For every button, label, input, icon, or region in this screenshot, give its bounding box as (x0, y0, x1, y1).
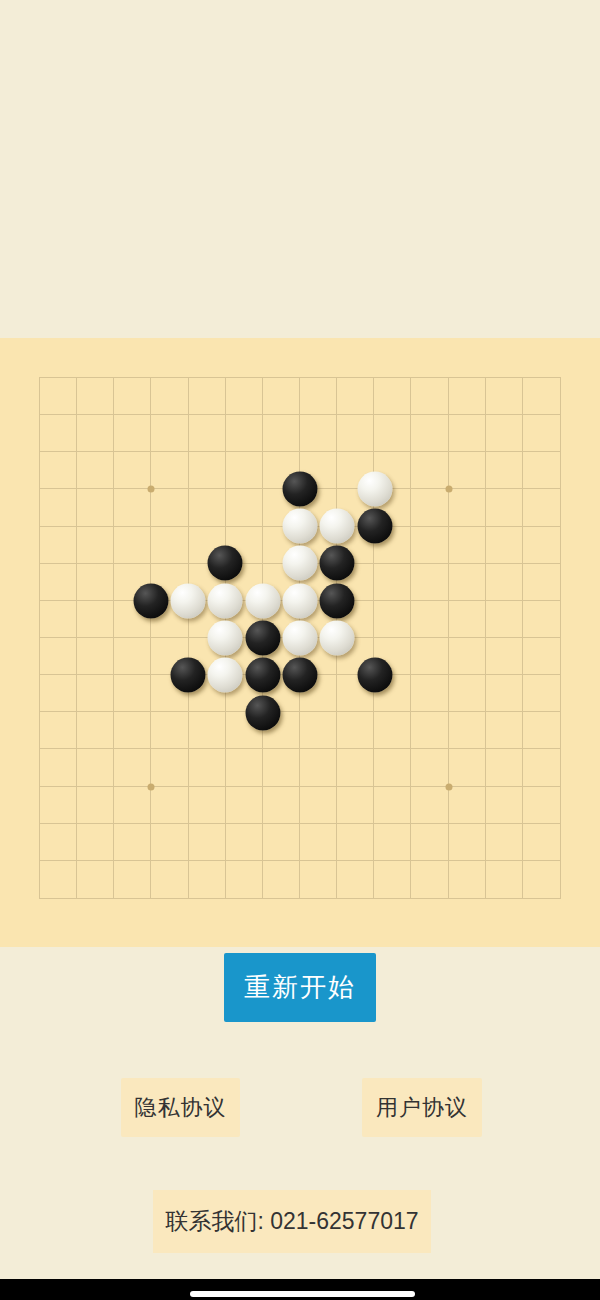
board-cell[interactable] (486, 712, 523, 749)
board-cell[interactable] (114, 824, 151, 861)
board-cell[interactable] (300, 489, 337, 526)
board-cell[interactable] (77, 749, 114, 786)
board-cell[interactable] (77, 601, 114, 638)
board-cell[interactable] (263, 787, 300, 824)
board-cell[interactable] (114, 564, 151, 601)
board-cell[interactable] (449, 749, 486, 786)
board-cell[interactable] (114, 749, 151, 786)
board-cell[interactable] (226, 564, 263, 601)
board-cell[interactable] (151, 675, 188, 712)
board-cell[interactable] (77, 564, 114, 601)
board-cell[interactable] (189, 564, 226, 601)
board-cell[interactable] (449, 787, 486, 824)
board-cell[interactable] (449, 489, 486, 526)
board-cell[interactable] (300, 675, 337, 712)
board-cell[interactable] (337, 489, 374, 526)
board-cell[interactable] (189, 638, 226, 675)
board-cell[interactable] (449, 601, 486, 638)
board-cell[interactable] (486, 527, 523, 564)
board-cell[interactable] (486, 452, 523, 489)
board-cell[interactable] (151, 824, 188, 861)
board-cell[interactable] (523, 415, 560, 452)
board-cell[interactable] (226, 489, 263, 526)
board-cell[interactable] (337, 601, 374, 638)
board-cell[interactable] (189, 675, 226, 712)
board-cell[interactable] (374, 749, 411, 786)
board-cell[interactable] (374, 861, 411, 898)
board-cell[interactable] (300, 638, 337, 675)
board-cell[interactable] (189, 378, 226, 415)
board-cell[interactable] (486, 489, 523, 526)
board-cell[interactable] (40, 415, 77, 452)
board-cell[interactable] (523, 564, 560, 601)
board-cell[interactable] (114, 415, 151, 452)
board-cell[interactable] (151, 527, 188, 564)
board-cell[interactable] (486, 415, 523, 452)
board-cell[interactable] (189, 824, 226, 861)
board-cell[interactable] (374, 378, 411, 415)
board-cell[interactable] (486, 824, 523, 861)
board-cell[interactable] (226, 452, 263, 489)
board-cell[interactable] (337, 564, 374, 601)
board-cell[interactable] (77, 452, 114, 489)
board-cell[interactable] (263, 601, 300, 638)
board-cell[interactable] (411, 415, 448, 452)
board-cell[interactable] (411, 638, 448, 675)
board-cell[interactable] (300, 787, 337, 824)
board-cell[interactable] (263, 675, 300, 712)
board-cell[interactable] (189, 527, 226, 564)
home-indicator[interactable] (190, 1291, 415, 1297)
board-cell[interactable] (189, 452, 226, 489)
board-cell[interactable] (523, 675, 560, 712)
board-cell[interactable] (40, 824, 77, 861)
board-cell[interactable] (374, 415, 411, 452)
board-cell[interactable] (374, 489, 411, 526)
board-cell[interactable] (226, 712, 263, 749)
board-cell[interactable] (77, 861, 114, 898)
board-cell[interactable] (411, 861, 448, 898)
board-cell[interactable] (374, 527, 411, 564)
board-cell[interactable] (486, 638, 523, 675)
board-cell[interactable] (523, 749, 560, 786)
board-cell[interactable] (411, 824, 448, 861)
board-cell[interactable] (374, 638, 411, 675)
board-cell[interactable] (337, 861, 374, 898)
board-cell[interactable] (374, 601, 411, 638)
board-cell[interactable] (77, 378, 114, 415)
board-cell[interactable] (114, 527, 151, 564)
board-cell[interactable] (411, 452, 448, 489)
board-cell[interactable] (411, 564, 448, 601)
board-cell[interactable] (40, 378, 77, 415)
board-cell[interactable] (337, 527, 374, 564)
board-cell[interactable] (523, 378, 560, 415)
board-cell[interactable] (40, 601, 77, 638)
board-cell[interactable] (411, 527, 448, 564)
board-cell[interactable] (77, 415, 114, 452)
board-cell[interactable] (523, 638, 560, 675)
board-cell[interactable] (40, 489, 77, 526)
board-cell[interactable] (40, 675, 77, 712)
board-cell[interactable] (300, 861, 337, 898)
board-cell[interactable] (114, 861, 151, 898)
board-cell[interactable] (411, 601, 448, 638)
board-cell[interactable] (226, 638, 263, 675)
board-cell[interactable] (226, 749, 263, 786)
board-cell[interactable] (449, 712, 486, 749)
board-cell[interactable] (300, 378, 337, 415)
board-cell[interactable] (263, 712, 300, 749)
board-cell[interactable] (189, 415, 226, 452)
board-cell[interactable] (374, 787, 411, 824)
board-cell[interactable] (337, 378, 374, 415)
board-cell[interactable] (374, 452, 411, 489)
board-cell[interactable] (114, 712, 151, 749)
board-cell[interactable] (189, 749, 226, 786)
board-cell[interactable] (263, 861, 300, 898)
board-cell[interactable] (189, 787, 226, 824)
board-cell[interactable] (374, 824, 411, 861)
contact-info: 联系我们: 021-62577017 (153, 1190, 431, 1253)
board-cell[interactable] (226, 527, 263, 564)
board-cell[interactable] (114, 638, 151, 675)
board-cell[interactable] (411, 489, 448, 526)
board-cell[interactable] (300, 601, 337, 638)
board-cell[interactable] (226, 824, 263, 861)
board-cell[interactable] (114, 452, 151, 489)
board-cell[interactable] (523, 824, 560, 861)
board-cell[interactable] (337, 787, 374, 824)
board-cell[interactable] (151, 489, 188, 526)
board-cell[interactable] (189, 712, 226, 749)
board-cell[interactable] (523, 527, 560, 564)
board-cell[interactable] (114, 787, 151, 824)
board-cell[interactable] (151, 861, 188, 898)
board-cell[interactable] (189, 861, 226, 898)
user-agreement-button[interactable]: 用户协议 (362, 1078, 482, 1137)
board-cell[interactable] (449, 638, 486, 675)
restart-button[interactable]: 重新开始 (224, 953, 376, 1022)
board-cell[interactable] (411, 787, 448, 824)
board-cell[interactable] (486, 787, 523, 824)
board-cell[interactable] (77, 824, 114, 861)
board-cell[interactable] (77, 489, 114, 526)
board-cell[interactable] (40, 527, 77, 564)
board-cell[interactable] (263, 452, 300, 489)
board-cell[interactable] (449, 861, 486, 898)
board-cell[interactable] (40, 712, 77, 749)
board-cell[interactable] (226, 861, 263, 898)
board-cell[interactable] (77, 527, 114, 564)
gomoku-board[interactable] (39, 377, 561, 899)
board-cell[interactable] (449, 675, 486, 712)
board-cell[interactable] (300, 415, 337, 452)
board-cell[interactable] (449, 824, 486, 861)
board-cell[interactable] (114, 675, 151, 712)
board-cell[interactable] (337, 415, 374, 452)
board-cell[interactable] (486, 564, 523, 601)
board-cell[interactable] (300, 712, 337, 749)
board-cell[interactable] (40, 638, 77, 675)
board-cell[interactable] (77, 712, 114, 749)
board-cell[interactable] (263, 489, 300, 526)
board-cell[interactable] (263, 749, 300, 786)
board-cell[interactable] (263, 638, 300, 675)
board-cell[interactable] (449, 527, 486, 564)
board-cell[interactable] (337, 675, 374, 712)
board-cell[interactable] (151, 378, 188, 415)
board-cell[interactable] (151, 601, 188, 638)
board-cell[interactable] (77, 675, 114, 712)
board-cell[interactable] (374, 675, 411, 712)
board-cell[interactable] (40, 787, 77, 824)
board-cell[interactable] (486, 749, 523, 786)
board-cell[interactable] (300, 527, 337, 564)
board-cell[interactable] (374, 712, 411, 749)
board-cell[interactable] (114, 489, 151, 526)
board-cell[interactable] (411, 712, 448, 749)
board-cell[interactable] (486, 378, 523, 415)
system-navigation-bar (0, 1279, 600, 1300)
board-cell[interactable] (411, 749, 448, 786)
board-cell[interactable] (263, 378, 300, 415)
board-cell[interactable] (300, 824, 337, 861)
board-cell[interactable] (40, 564, 77, 601)
board-cell[interactable] (151, 712, 188, 749)
board-cell[interactable] (300, 749, 337, 786)
board-cell[interactable] (226, 601, 263, 638)
board-cell[interactable] (151, 564, 188, 601)
board-cell[interactable] (263, 824, 300, 861)
board-cell[interactable] (189, 489, 226, 526)
board-cell[interactable] (226, 787, 263, 824)
board-cell[interactable] (40, 452, 77, 489)
board-cell[interactable] (449, 415, 486, 452)
privacy-policy-button[interactable]: 隐私协议 (121, 1078, 240, 1137)
board-cell[interactable] (226, 378, 263, 415)
board-cell[interactable] (486, 861, 523, 898)
board-cell[interactable] (151, 749, 188, 786)
board-cell[interactable] (523, 489, 560, 526)
board-cell[interactable] (114, 378, 151, 415)
board-cell[interactable] (449, 564, 486, 601)
board-cell[interactable] (486, 675, 523, 712)
board-cell[interactable] (77, 787, 114, 824)
board-cell[interactable] (151, 452, 188, 489)
board-cell[interactable] (40, 749, 77, 786)
board-cell[interactable] (151, 638, 188, 675)
board-cell[interactable] (337, 824, 374, 861)
board-cell[interactable] (189, 601, 226, 638)
board-cell[interactable] (300, 564, 337, 601)
board-cell[interactable] (226, 415, 263, 452)
board-cell[interactable] (263, 527, 300, 564)
board-cell[interactable] (337, 452, 374, 489)
board-cell[interactable] (411, 378, 448, 415)
board-cell[interactable] (114, 601, 151, 638)
board-cell[interactable] (151, 415, 188, 452)
board-cell[interactable] (77, 638, 114, 675)
board-cell[interactable] (449, 452, 486, 489)
board-cell[interactable] (40, 861, 77, 898)
board-cell[interactable] (263, 415, 300, 452)
board-cell[interactable] (263, 564, 300, 601)
board-cell[interactable] (411, 675, 448, 712)
board-cell[interactable] (300, 452, 337, 489)
board-cell[interactable] (337, 638, 374, 675)
board-cell[interactable] (523, 712, 560, 749)
board-cell[interactable] (523, 861, 560, 898)
board-cell[interactable] (523, 787, 560, 824)
board-cell[interactable] (226, 675, 263, 712)
board-cell[interactable] (151, 787, 188, 824)
board-cell[interactable] (486, 601, 523, 638)
board-cell[interactable] (523, 601, 560, 638)
gomoku-board-panel (0, 338, 600, 947)
board-cell[interactable] (337, 712, 374, 749)
board-cell[interactable] (374, 564, 411, 601)
board-cell[interactable] (523, 452, 560, 489)
board-cell[interactable] (337, 749, 374, 786)
board-cell[interactable] (449, 378, 486, 415)
